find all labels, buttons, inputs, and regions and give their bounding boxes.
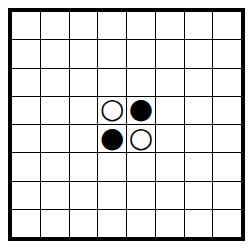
othello-board: ○●●○ [8, 8, 245, 241]
cell-f3[interactable] [156, 69, 184, 96]
cell-h2[interactable] [213, 40, 241, 67]
cell-g6[interactable] [185, 153, 213, 180]
cell-a7[interactable] [12, 182, 40, 209]
cell-a2[interactable] [12, 40, 40, 67]
cell-b2[interactable] [41, 40, 69, 67]
black-disc: ● [100, 125, 124, 152]
cell-a3[interactable] [12, 69, 40, 96]
cell-f7[interactable] [156, 182, 184, 209]
cell-e7[interactable] [127, 182, 155, 209]
white-disc: ○ [100, 97, 124, 124]
cell-h1[interactable] [213, 12, 241, 39]
cell-f6[interactable] [156, 153, 184, 180]
cell-d4[interactable]: ○ [98, 97, 126, 124]
cell-d3[interactable] [98, 69, 126, 96]
black-disc: ● [129, 97, 153, 124]
cell-c2[interactable] [70, 40, 98, 67]
cell-f4[interactable] [156, 97, 184, 124]
cell-c1[interactable] [70, 12, 98, 39]
cell-b3[interactable] [41, 69, 69, 96]
cell-h7[interactable] [213, 182, 241, 209]
cell-a1[interactable] [12, 12, 40, 39]
cell-a6[interactable] [12, 153, 40, 180]
cell-g7[interactable] [185, 182, 213, 209]
cell-b8[interactable] [41, 210, 69, 237]
cell-e8[interactable] [127, 210, 155, 237]
cell-h6[interactable] [213, 153, 241, 180]
cell-d2[interactable] [98, 40, 126, 67]
cell-c7[interactable] [70, 182, 98, 209]
cell-e5[interactable]: ○ [127, 125, 155, 152]
cell-c8[interactable] [70, 210, 98, 237]
cell-d5[interactable]: ● [98, 125, 126, 152]
cell-b1[interactable] [41, 12, 69, 39]
cell-g1[interactable] [185, 12, 213, 39]
white-disc: ○ [129, 125, 153, 152]
cell-c6[interactable] [70, 153, 98, 180]
cell-h3[interactable] [213, 69, 241, 96]
cell-g4[interactable] [185, 97, 213, 124]
cell-h8[interactable] [213, 210, 241, 237]
cell-f2[interactable] [156, 40, 184, 67]
cell-a4[interactable] [12, 97, 40, 124]
cell-b7[interactable] [41, 182, 69, 209]
cell-b4[interactable] [41, 97, 69, 124]
cell-a5[interactable] [12, 125, 40, 152]
cell-g2[interactable] [185, 40, 213, 67]
cell-h4[interactable] [213, 97, 241, 124]
cell-c5[interactable] [70, 125, 98, 152]
cell-e4[interactable]: ● [127, 97, 155, 124]
cell-d8[interactable] [98, 210, 126, 237]
cell-d6[interactable] [98, 153, 126, 180]
cell-a8[interactable] [12, 210, 40, 237]
cell-c3[interactable] [70, 69, 98, 96]
cell-f1[interactable] [156, 12, 184, 39]
cell-e2[interactable] [127, 40, 155, 67]
cell-f5[interactable] [156, 125, 184, 152]
cell-c4[interactable] [70, 97, 98, 124]
cell-e1[interactable] [127, 12, 155, 39]
cell-b5[interactable] [41, 125, 69, 152]
cell-d7[interactable] [98, 182, 126, 209]
cell-h5[interactable] [213, 125, 241, 152]
cell-d1[interactable] [98, 12, 126, 39]
cell-g5[interactable] [185, 125, 213, 152]
cell-f8[interactable] [156, 210, 184, 237]
othello-diagram: ○●●○ [0, 0, 252, 248]
cell-e3[interactable] [127, 69, 155, 96]
cell-b6[interactable] [41, 153, 69, 180]
cell-g3[interactable] [185, 69, 213, 96]
cell-g8[interactable] [185, 210, 213, 237]
cell-e6[interactable] [127, 153, 155, 180]
